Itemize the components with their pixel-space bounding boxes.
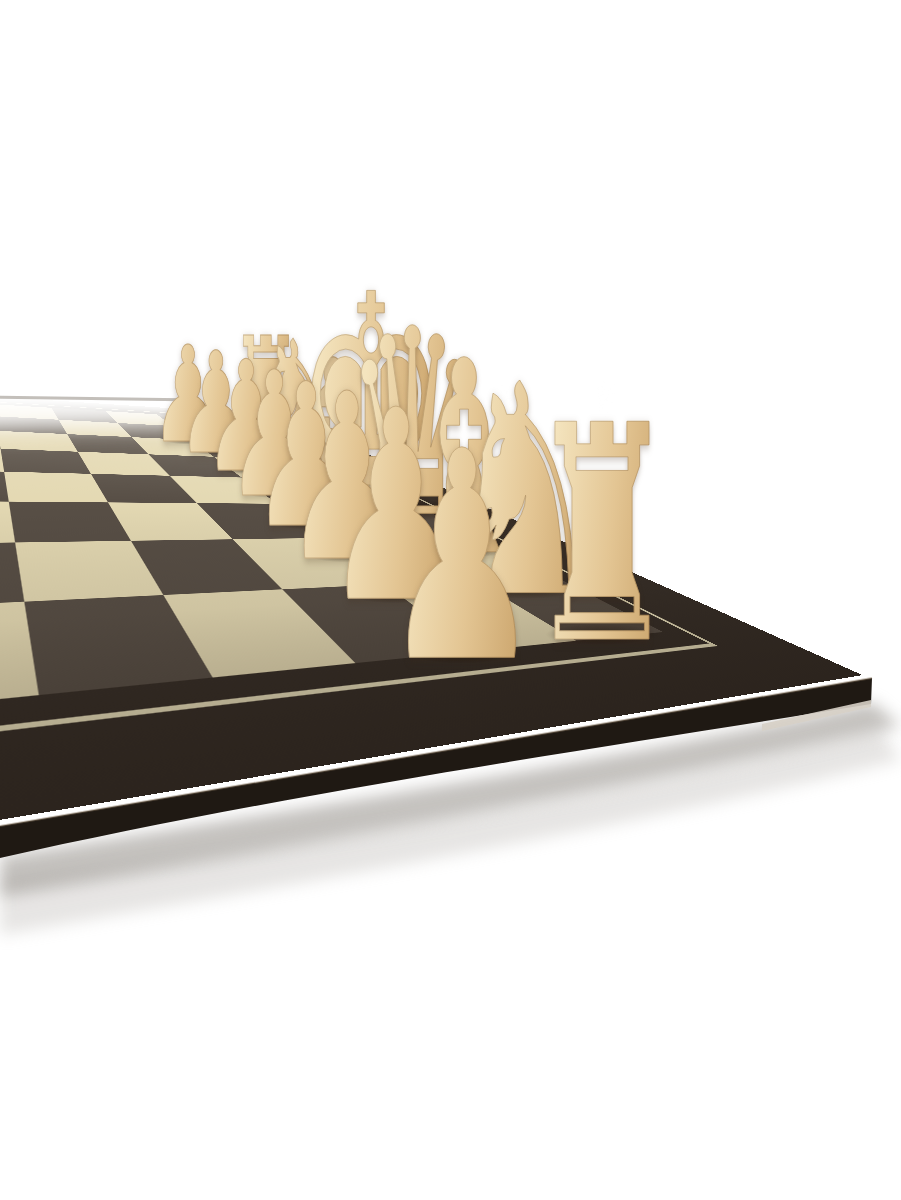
piece-white-pawn-a2: ♟ [382,414,542,702]
pieces-layer: ♜♟♟♞♟♟♝♚♛♟♝♟♞♟♜♟ [0,0,901,1200]
chess-set-product-photo: ♜♟♟♞♟♟♝♚♛♟♝♟♞♟♜♟ [0,0,901,1200]
piece-white-rook-a1: ♜ [527,387,677,685]
